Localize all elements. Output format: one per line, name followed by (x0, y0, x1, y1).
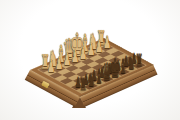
piece-white-pawn-e2[interactable]: ♟ (79, 44, 87, 61)
piece-white-pawn-g2[interactable]: ♟ (95, 37, 103, 54)
piece-white-pawn-d2[interactable]: ♟ (71, 48, 79, 65)
piece-black-knight-g8[interactable]: ♞ (127, 54, 135, 73)
piece-white-pawn-b2[interactable]: ♟ (55, 55, 63, 72)
piece-white-pawn-h2[interactable]: ♟ (103, 34, 111, 51)
piece-black-rook-h8[interactable]: ♜ (135, 52, 143, 69)
brass-clasp (41, 81, 50, 89)
piece-white-pawn-a2[interactable]: ♟ (47, 58, 55, 75)
photo-stage: ♜♞♝♛♚♝♞♜♟♟♟♟♟♟♟♟♟♟♟♟♟♟♟♟♜♞♝♛♚♝♞♜ (0, 0, 180, 120)
piece-black-rook-a8[interactable]: ♜ (79, 76, 87, 93)
piece-white-pawn-c2[interactable]: ♟ (63, 51, 71, 68)
piece-white-pawn-f2[interactable]: ♟ (87, 41, 95, 58)
